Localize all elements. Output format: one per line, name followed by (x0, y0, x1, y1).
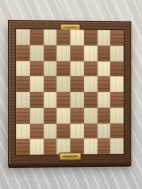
square-c5 (43, 76, 57, 92)
square-e5 (70, 76, 83, 92)
square-d7 (57, 45, 70, 61)
square-a1 (16, 139, 30, 155)
square-e7 (70, 45, 83, 61)
square-a6 (16, 61, 30, 77)
square-f7 (84, 45, 97, 61)
square-e6 (70, 61, 83, 77)
square-c7 (43, 45, 57, 61)
square-f1 (84, 139, 97, 155)
square-a8 (16, 29, 30, 45)
square-d8 (57, 29, 70, 45)
square-a4 (16, 92, 30, 108)
square-f6 (84, 61, 97, 77)
square-e4 (70, 92, 83, 108)
square-a7 (16, 45, 30, 61)
square-h6 (110, 61, 123, 77)
square-h3 (110, 107, 123, 123)
square-g7 (97, 45, 110, 61)
square-f3 (84, 108, 97, 124)
square-e3 (70, 108, 83, 124)
square-g6 (97, 61, 110, 77)
square-g1 (97, 139, 110, 155)
square-g5 (97, 76, 110, 92)
square-g8 (97, 30, 110, 46)
square-e8 (70, 30, 83, 46)
square-g2 (97, 123, 110, 139)
square-a2 (16, 123, 30, 139)
square-b4 (30, 92, 44, 108)
square-b2 (30, 123, 44, 139)
square-h4 (110, 92, 123, 108)
square-d4 (57, 92, 70, 108)
square-f8 (84, 30, 97, 46)
square-c1 (43, 139, 57, 155)
square-h5 (110, 77, 123, 93)
square-b7 (30, 45, 44, 61)
square-b5 (30, 76, 44, 92)
square-e2 (70, 123, 83, 139)
square-a3 (16, 108, 30, 124)
square-f5 (84, 76, 97, 92)
square-c4 (43, 92, 57, 108)
square-g4 (97, 92, 110, 108)
square-b1 (30, 139, 44, 155)
square-g3 (97, 108, 110, 124)
square-h1 (110, 138, 123, 154)
square-d3 (57, 108, 70, 124)
bottom-nameplate (59, 152, 81, 160)
square-c8 (43, 29, 57, 45)
square-f2 (84, 123, 97, 139)
square-c2 (43, 123, 57, 139)
board-grid (16, 29, 124, 155)
square-c6 (43, 61, 57, 77)
square-h7 (110, 45, 123, 61)
square-b6 (30, 61, 44, 77)
square-d6 (57, 61, 70, 77)
square-b8 (30, 29, 44, 45)
square-f4 (84, 92, 97, 108)
chess-board (8, 20, 131, 165)
square-a5 (16, 76, 30, 92)
square-b3 (30, 108, 44, 124)
square-d2 (57, 123, 70, 139)
photo-scene (0, 0, 142, 189)
square-c3 (43, 108, 57, 124)
square-h2 (110, 123, 123, 139)
square-d5 (57, 76, 70, 92)
square-h8 (110, 30, 123, 46)
